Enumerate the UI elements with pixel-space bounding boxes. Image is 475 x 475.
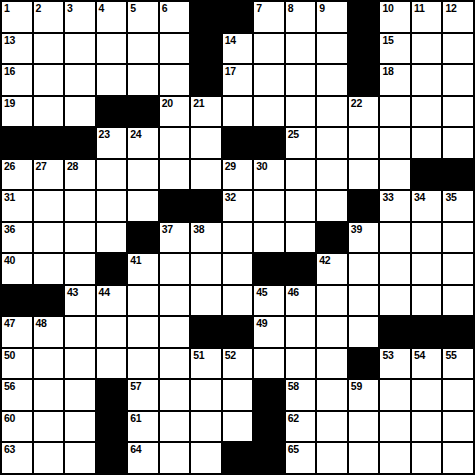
cell-r8c12[interactable]: 39 [349, 223, 379, 253]
clue-number-38: 38 [193, 223, 204, 235]
cell-r4c14[interactable] [412, 97, 442, 127]
cell-r15c7[interactable] [191, 443, 221, 473]
cell-r12c1[interactable]: 50 [2, 349, 32, 379]
cell-r4c10[interactable] [286, 97, 316, 127]
cell-r2c8[interactable]: 14 [223, 34, 253, 64]
cell-r2c11[interactable] [317, 34, 347, 64]
cell-r10c8[interactable] [223, 286, 253, 316]
cell-r7c3[interactable] [65, 191, 95, 221]
cell-r15c14[interactable] [412, 443, 442, 473]
cell-r13c13[interactable] [380, 380, 410, 410]
cell-r3c11[interactable] [317, 65, 347, 95]
cell-r11c1[interactable]: 47 [2, 317, 32, 347]
cell-r13c6[interactable] [160, 380, 190, 410]
clue-number-15: 15 [382, 34, 393, 46]
cell-r4c1[interactable]: 19 [2, 97, 32, 127]
clue-number-18: 18 [382, 65, 393, 77]
cell-r12c15[interactable]: 55 [443, 349, 473, 379]
cell-r15c10[interactable]: 65 [286, 443, 316, 473]
cell-r4c8[interactable] [223, 97, 253, 127]
clue-number-27: 27 [36, 160, 47, 172]
cell-r13c3[interactable] [65, 380, 95, 410]
cell-r7c11[interactable] [317, 191, 347, 221]
cell-r6c1[interactable]: 26 [2, 160, 32, 190]
black-square-r9c4 [97, 254, 127, 284]
cell-r3c3[interactable] [65, 65, 95, 95]
cell-r13c1[interactable]: 56 [2, 380, 32, 410]
clue-number-49: 49 [256, 317, 267, 329]
black-square-r11c8 [223, 317, 253, 347]
clue-number-35: 35 [445, 191, 456, 203]
cell-r13c11[interactable] [317, 380, 347, 410]
cell-r13c14[interactable] [412, 380, 442, 410]
black-square-r5c1 [2, 128, 32, 158]
cell-r6c8[interactable]: 29 [223, 160, 253, 190]
cell-r5c11[interactable] [317, 128, 347, 158]
clue-number-44: 44 [99, 286, 110, 298]
clue-number-22: 22 [351, 97, 362, 109]
cell-r8c8[interactable] [223, 223, 253, 253]
clue-number-32: 32 [225, 191, 236, 203]
cell-r7c15[interactable]: 35 [443, 191, 473, 221]
cell-r3c9[interactable] [254, 65, 284, 95]
cell-r9c1[interactable]: 40 [2, 254, 32, 284]
cell-r9c12[interactable] [349, 254, 379, 284]
black-square-r8c5 [128, 223, 158, 253]
cell-r11c10[interactable] [286, 317, 316, 347]
cell-r12c11[interactable] [317, 349, 347, 379]
cell-r9c2[interactable] [34, 254, 64, 284]
cell-r1c9[interactable]: 7 [254, 2, 284, 32]
clue-number-61: 61 [130, 412, 141, 424]
clue-number-47: 47 [4, 317, 15, 329]
black-square-r9c10 [286, 254, 316, 284]
clue-number-46: 46 [288, 286, 299, 298]
clue-number-43: 43 [67, 286, 78, 298]
cell-r9c3[interactable] [65, 254, 95, 284]
cell-r11c12[interactable] [349, 317, 379, 347]
cell-r10c14[interactable] [412, 286, 442, 316]
cell-r10c13[interactable] [380, 286, 410, 316]
clue-number-23: 23 [99, 128, 110, 140]
cell-r10c12[interactable] [349, 286, 379, 316]
cell-r3c14[interactable] [412, 65, 442, 95]
clue-number-39: 39 [351, 223, 362, 235]
cell-r7c10[interactable] [286, 191, 316, 221]
clue-number-53: 53 [382, 349, 393, 361]
cell-r8c15[interactable] [443, 223, 473, 253]
cell-r6c6[interactable] [160, 160, 190, 190]
cell-r14c10[interactable]: 62 [286, 412, 316, 442]
clue-number-62: 62 [288, 412, 299, 424]
black-square-r10c1 [2, 286, 32, 316]
cell-r3c10[interactable] [286, 65, 316, 95]
cell-r5c7[interactable] [191, 128, 221, 158]
cell-r7c5[interactable] [128, 191, 158, 221]
cell-r1c2[interactable]: 2 [34, 2, 64, 32]
clue-number-58: 58 [288, 380, 299, 392]
cell-r12c6[interactable] [160, 349, 190, 379]
cell-r1c15[interactable]: 12 [443, 2, 473, 32]
cell-r11c6[interactable] [160, 317, 190, 347]
clue-number-14: 14 [225, 34, 236, 46]
cell-r10c3[interactable]: 43 [65, 286, 95, 316]
black-square-r11c14 [412, 317, 442, 347]
black-square-r11c15 [443, 317, 473, 347]
cell-r8c3[interactable] [65, 223, 95, 253]
cell-r13c15[interactable] [443, 380, 473, 410]
cell-r12c13[interactable]: 53 [380, 349, 410, 379]
cell-r3c4[interactable] [97, 65, 127, 95]
cell-r6c7[interactable] [191, 160, 221, 190]
cell-r1c5[interactable]: 5 [128, 2, 158, 32]
cell-r5c4[interactable]: 23 [97, 128, 127, 158]
black-square-r1c8 [223, 2, 253, 32]
cell-r2c6[interactable] [160, 34, 190, 64]
cell-r13c7[interactable] [191, 380, 221, 410]
cell-r12c8[interactable]: 52 [223, 349, 253, 379]
cell-r2c10[interactable] [286, 34, 316, 64]
clue-number-64: 64 [130, 443, 141, 455]
cell-r1c14[interactable]: 11 [412, 2, 442, 32]
cell-r4c13[interactable] [380, 97, 410, 127]
cell-r3c13[interactable]: 18 [380, 65, 410, 95]
cell-r6c9[interactable]: 30 [254, 160, 284, 190]
clue-number-13: 13 [4, 34, 15, 46]
cell-r10c7[interactable] [191, 286, 221, 316]
cell-r12c10[interactable] [286, 349, 316, 379]
clue-number-3: 3 [67, 2, 73, 14]
cell-r12c9[interactable] [254, 349, 284, 379]
cell-r8c14[interactable] [412, 223, 442, 253]
cell-r14c7[interactable] [191, 412, 221, 442]
clue-number-57: 57 [130, 380, 141, 392]
cell-r7c1[interactable]: 31 [2, 191, 32, 221]
cell-r8c9[interactable] [254, 223, 284, 253]
cell-r3c15[interactable] [443, 65, 473, 95]
cell-r7c14[interactable]: 34 [412, 191, 442, 221]
black-square-r15c4 [97, 443, 127, 473]
cell-r2c5[interactable] [128, 34, 158, 64]
cell-r2c2[interactable] [34, 34, 64, 64]
clue-number-10: 10 [382, 2, 393, 14]
cell-r5c13[interactable] [380, 128, 410, 158]
cell-r5c6[interactable] [160, 128, 190, 158]
cell-r2c13[interactable]: 15 [380, 34, 410, 64]
cell-r5c15[interactable] [443, 128, 473, 158]
clue-number-2: 2 [36, 2, 42, 14]
black-square-r11c13 [380, 317, 410, 347]
cell-r3c2[interactable] [34, 65, 64, 95]
black-square-r5c3 [65, 128, 95, 158]
cell-r6c11[interactable] [317, 160, 347, 190]
cell-r4c6[interactable]: 20 [160, 97, 190, 127]
cell-r5c5[interactable]: 24 [128, 128, 158, 158]
cell-r14c12[interactable] [349, 412, 379, 442]
cell-r10c11[interactable] [317, 286, 347, 316]
cell-r6c10[interactable] [286, 160, 316, 190]
cell-r4c12[interactable]: 22 [349, 97, 379, 127]
cell-r2c4[interactable] [97, 34, 127, 64]
cell-r12c3[interactable] [65, 349, 95, 379]
cell-r14c13[interactable] [380, 412, 410, 442]
black-square-r12c12 [349, 349, 379, 379]
crossword-board: 1234567891011121314151617181920212223242… [0, 0, 475, 475]
clue-number-55: 55 [445, 349, 456, 361]
cell-r15c15[interactable] [443, 443, 473, 473]
black-square-r13c9 [254, 380, 284, 410]
cell-r13c8[interactable] [223, 380, 253, 410]
black-square-r2c12 [349, 34, 379, 64]
clue-number-31: 31 [4, 191, 15, 203]
black-square-r4c4 [97, 97, 127, 127]
black-square-r14c4 [97, 412, 127, 442]
cell-r15c13[interactable] [380, 443, 410, 473]
cell-r10c9[interactable]: 45 [254, 286, 284, 316]
clue-number-33: 33 [382, 191, 393, 203]
cell-r2c14[interactable] [412, 34, 442, 64]
clue-number-56: 56 [4, 380, 15, 392]
cell-r4c15[interactable] [443, 97, 473, 127]
clue-number-59: 59 [351, 380, 362, 392]
black-square-r7c12 [349, 191, 379, 221]
cell-r3c1[interactable]: 16 [2, 65, 32, 95]
cell-r8c10[interactable] [286, 223, 316, 253]
cell-r9c14[interactable] [412, 254, 442, 284]
cell-r14c8[interactable] [223, 412, 253, 442]
clue-number-36: 36 [4, 223, 15, 235]
clue-number-9: 9 [319, 2, 325, 14]
clue-number-40: 40 [4, 254, 15, 266]
black-square-r7c6 [160, 191, 190, 221]
cell-r5c14[interactable] [412, 128, 442, 158]
clue-number-60: 60 [4, 412, 15, 424]
cell-r12c4[interactable] [97, 349, 127, 379]
cell-r2c1[interactable]: 13 [2, 34, 32, 64]
clue-number-28: 28 [67, 160, 78, 172]
cell-r8c4[interactable] [97, 223, 127, 253]
cell-r2c15[interactable] [443, 34, 473, 64]
black-square-r10c2 [34, 286, 64, 316]
clue-number-19: 19 [4, 97, 15, 109]
cell-r2c9[interactable] [254, 34, 284, 64]
cell-r9c7[interactable] [191, 254, 221, 284]
cell-r6c2[interactable]: 27 [34, 160, 64, 190]
cell-r9c13[interactable] [380, 254, 410, 284]
clue-number-25: 25 [288, 128, 299, 140]
cell-r10c10[interactable]: 46 [286, 286, 316, 316]
cell-r15c2[interactable] [34, 443, 64, 473]
cell-r6c13[interactable] [380, 160, 410, 190]
cell-r14c5[interactable]: 61 [128, 412, 158, 442]
clue-number-1: 1 [4, 2, 10, 14]
cell-r10c6[interactable] [160, 286, 190, 316]
cell-r8c1[interactable]: 36 [2, 223, 32, 253]
cell-r11c9[interactable]: 49 [254, 317, 284, 347]
clue-number-7: 7 [256, 2, 262, 14]
clue-number-4: 4 [99, 2, 105, 14]
clue-number-45: 45 [256, 286, 267, 298]
cell-r7c2[interactable] [34, 191, 64, 221]
black-square-r13c4 [97, 380, 127, 410]
cell-r14c14[interactable] [412, 412, 442, 442]
black-square-r11c7 [191, 317, 221, 347]
black-square-r7c7 [191, 191, 221, 221]
cell-r3c8[interactable]: 17 [223, 65, 253, 95]
black-square-r5c2 [34, 128, 64, 158]
cell-r14c3[interactable] [65, 412, 95, 442]
cell-r12c2[interactable] [34, 349, 64, 379]
clue-number-34: 34 [414, 191, 425, 203]
cell-r9c15[interactable] [443, 254, 473, 284]
cell-r2c3[interactable] [65, 34, 95, 64]
cell-r1c11[interactable]: 9 [317, 2, 347, 32]
cell-r1c13[interactable]: 10 [380, 2, 410, 32]
clue-number-21: 21 [193, 97, 204, 109]
clue-number-30: 30 [256, 160, 267, 172]
black-square-r5c9 [254, 128, 284, 158]
cell-r12c5[interactable] [128, 349, 158, 379]
cell-r10c4[interactable]: 44 [97, 286, 127, 316]
black-square-r15c9 [254, 443, 284, 473]
cell-r9c8[interactable] [223, 254, 253, 284]
cell-r15c6[interactable] [160, 443, 190, 473]
clue-number-20: 20 [162, 97, 173, 109]
cell-r1c10[interactable]: 8 [286, 2, 316, 32]
cell-r14c2[interactable] [34, 412, 64, 442]
black-square-r6c14 [412, 160, 442, 190]
cell-r10c15[interactable] [443, 286, 473, 316]
cell-r6c4[interactable] [97, 160, 127, 190]
clue-number-29: 29 [225, 160, 236, 172]
cell-r15c5[interactable]: 64 [128, 443, 158, 473]
clue-number-41: 41 [130, 254, 141, 266]
black-square-r1c12 [349, 2, 379, 32]
clue-number-50: 50 [4, 349, 15, 361]
cell-r4c3[interactable] [65, 97, 95, 127]
clue-number-51: 51 [193, 349, 204, 361]
cell-r14c15[interactable] [443, 412, 473, 442]
cell-r13c12[interactable]: 59 [349, 380, 379, 410]
clue-number-24: 24 [130, 128, 141, 140]
cell-r5c12[interactable] [349, 128, 379, 158]
clue-number-17: 17 [225, 65, 236, 77]
black-square-r1c7 [191, 2, 221, 32]
cell-r14c1[interactable]: 60 [2, 412, 32, 442]
black-square-r9c9 [254, 254, 284, 284]
black-square-r3c12 [349, 65, 379, 95]
cell-r3c6[interactable] [160, 65, 190, 95]
cell-r9c11[interactable]: 42 [317, 254, 347, 284]
black-square-r6c15 [443, 160, 473, 190]
cell-r14c6[interactable] [160, 412, 190, 442]
cell-r15c11[interactable] [317, 443, 347, 473]
cell-r6c3[interactable]: 28 [65, 160, 95, 190]
cell-r11c11[interactable] [317, 317, 347, 347]
clue-number-65: 65 [288, 443, 299, 455]
cell-r9c5[interactable]: 41 [128, 254, 158, 284]
cell-r4c11[interactable] [317, 97, 347, 127]
clue-number-16: 16 [4, 65, 15, 77]
clue-number-26: 26 [4, 160, 15, 172]
cell-r15c12[interactable] [349, 443, 379, 473]
clue-number-6: 6 [162, 2, 168, 14]
cell-r7c9[interactable] [254, 191, 284, 221]
cell-r1c6[interactable]: 6 [160, 2, 190, 32]
black-square-r4c5 [128, 97, 158, 127]
cell-r9c6[interactable] [160, 254, 190, 284]
cell-r13c5[interactable]: 57 [128, 380, 158, 410]
black-square-r8c11 [317, 223, 347, 253]
cell-r13c10[interactable]: 58 [286, 380, 316, 410]
cell-r3c5[interactable] [128, 65, 158, 95]
cell-r11c5[interactable] [128, 317, 158, 347]
clue-number-8: 8 [288, 2, 294, 14]
cell-r8c13[interactable] [380, 223, 410, 253]
black-square-r14c9 [254, 412, 284, 442]
black-square-r2c7 [191, 34, 221, 64]
cell-r4c9[interactable] [254, 97, 284, 127]
clue-number-12: 12 [445, 2, 456, 14]
cell-r15c1[interactable]: 63 [2, 443, 32, 473]
cell-r5c10[interactable]: 25 [286, 128, 316, 158]
cell-r4c2[interactable] [34, 97, 64, 127]
clue-number-11: 11 [414, 2, 425, 14]
cell-r4c7[interactable]: 21 [191, 97, 221, 127]
cell-r12c14[interactable]: 54 [412, 349, 442, 379]
cell-r1c4[interactable]: 4 [97, 2, 127, 32]
cell-r8c7[interactable]: 38 [191, 223, 221, 253]
cell-r8c6[interactable]: 37 [160, 223, 190, 253]
cell-r7c13[interactable]: 33 [380, 191, 410, 221]
cell-r11c4[interactable] [97, 317, 127, 347]
cell-r12c7[interactable]: 51 [191, 349, 221, 379]
cell-r7c4[interactable] [97, 191, 127, 221]
cell-r13c2[interactable] [34, 380, 64, 410]
clue-number-42: 42 [319, 254, 330, 266]
cell-r6c12[interactable] [349, 160, 379, 190]
cell-r1c3[interactable]: 3 [65, 2, 95, 32]
cell-r7c8[interactable]: 32 [223, 191, 253, 221]
clue-number-63: 63 [4, 443, 15, 455]
cell-r11c3[interactable] [65, 317, 95, 347]
clue-number-52: 52 [225, 349, 236, 361]
clue-number-5: 5 [130, 2, 136, 14]
black-square-r5c8 [223, 128, 253, 158]
black-square-r3c7 [191, 65, 221, 95]
cell-r6c5[interactable] [128, 160, 158, 190]
cell-r11c2[interactable]: 48 [34, 317, 64, 347]
cell-r14c11[interactable] [317, 412, 347, 442]
clue-number-37: 37 [162, 223, 173, 235]
cell-r10c5[interactable] [128, 286, 158, 316]
black-square-r15c8 [223, 443, 253, 473]
cell-r15c3[interactable] [65, 443, 95, 473]
clue-number-54: 54 [414, 349, 425, 361]
cell-r8c2[interactable] [34, 223, 64, 253]
clue-number-48: 48 [36, 317, 47, 329]
cell-r1c1[interactable]: 1 [2, 2, 32, 32]
